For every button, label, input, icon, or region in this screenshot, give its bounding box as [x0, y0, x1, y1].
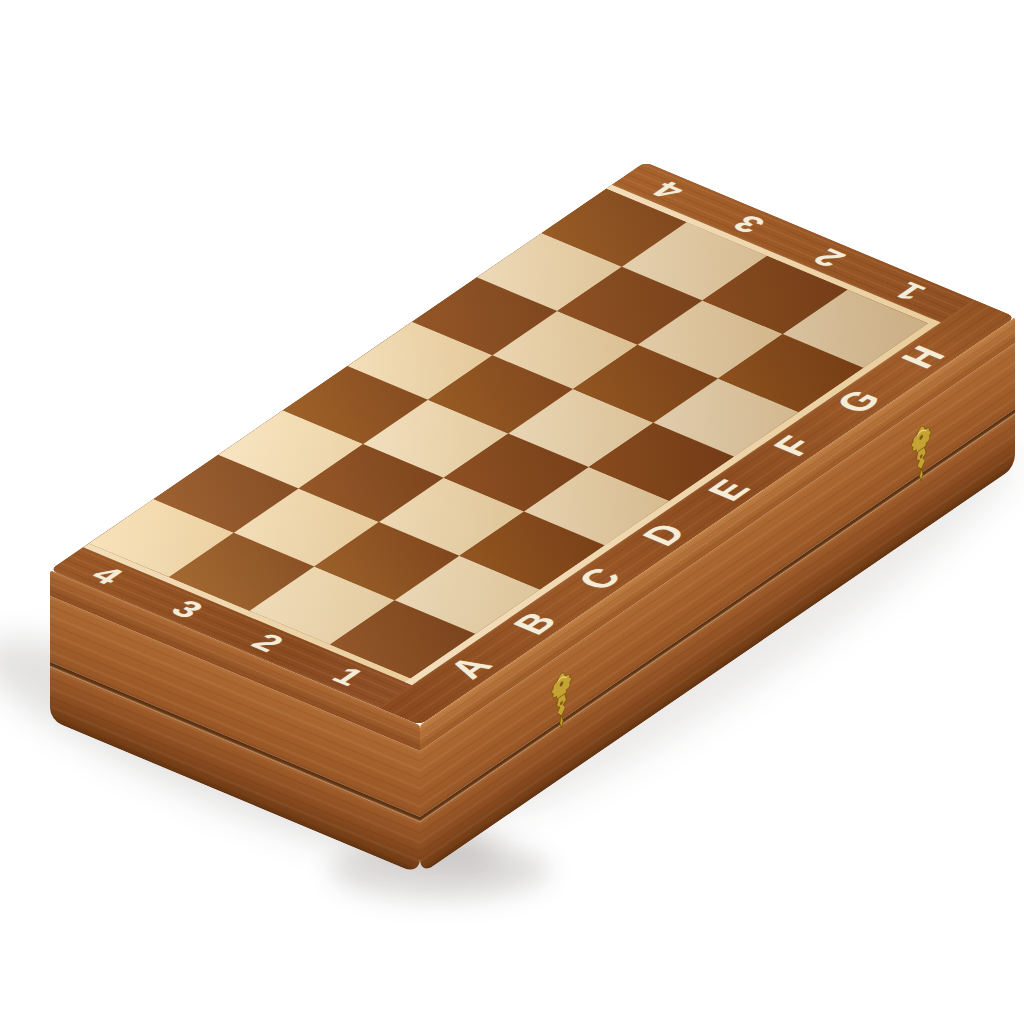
product-photo-stage: ABCDEFGH43214321: [0, 0, 1024, 1024]
